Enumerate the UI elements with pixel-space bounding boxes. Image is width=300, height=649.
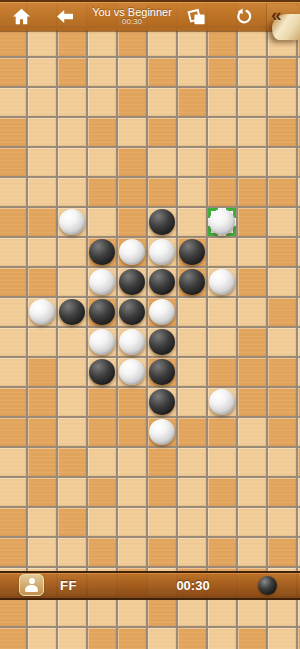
board-cell[interactable] — [58, 118, 86, 146]
board-cell[interactable] — [148, 628, 176, 649]
board-cell[interactable] — [208, 508, 236, 536]
board-cell[interactable] — [58, 448, 86, 476]
board-cell[interactable] — [88, 388, 116, 416]
board-cell[interactable] — [118, 58, 146, 86]
board-cell[interactable] — [0, 388, 26, 416]
board-cell[interactable] — [268, 58, 296, 86]
board-cell[interactable] — [298, 628, 300, 649]
move-timer: 00:30 — [158, 573, 228, 598]
board-cell[interactable] — [58, 178, 86, 206]
board-cell[interactable] — [118, 268, 146, 296]
board-cell[interactable] — [28, 538, 56, 566]
board-cell[interactable] — [0, 208, 26, 236]
board-cell[interactable] — [118, 538, 146, 566]
board-cell[interactable] — [238, 28, 266, 56]
white-stone — [149, 419, 175, 445]
board-cell[interactable] — [208, 298, 236, 326]
board-cell[interactable] — [148, 58, 176, 86]
black-stone — [59, 299, 85, 325]
board-cell[interactable] — [268, 478, 296, 506]
black-stone — [119, 299, 145, 325]
board-cell[interactable] — [118, 628, 146, 649]
board-cell[interactable] — [0, 478, 26, 506]
board-cell[interactable] — [0, 88, 26, 116]
back-button[interactable] — [49, 2, 81, 31]
board-cell[interactable] — [118, 118, 146, 146]
board-cell[interactable] — [88, 328, 116, 356]
board-cell[interactable] — [148, 28, 176, 56]
board-cell[interactable] — [28, 508, 56, 536]
board-cell[interactable] — [148, 148, 176, 176]
board-cell[interactable] — [88, 178, 116, 206]
board-cell[interactable] — [0, 358, 26, 386]
board-cell[interactable] — [208, 538, 236, 566]
board-cell[interactable] — [118, 238, 146, 266]
board-cell[interactable] — [298, 418, 300, 446]
board-cell[interactable] — [58, 508, 86, 536]
board-cell[interactable] — [208, 268, 236, 296]
board-cell[interactable] — [238, 448, 266, 476]
board-cell[interactable] — [118, 358, 146, 386]
board-cell[interactable] — [28, 388, 56, 416]
white-stone — [119, 239, 145, 265]
board-cell[interactable] — [148, 358, 176, 386]
board-cell[interactable] — [88, 148, 116, 176]
restart-icon — [235, 8, 252, 25]
top-toolbar: You vs Beginner 00:30 « — [0, 0, 300, 31]
collapse-chevron-icon: « — [271, 4, 282, 26]
board-cell[interactable] — [178, 538, 206, 566]
board-cell[interactable] — [298, 148, 300, 176]
board-cell[interactable] — [118, 148, 146, 176]
board-cell[interactable] — [28, 478, 56, 506]
board-cell[interactable] — [28, 628, 56, 649]
board-cell[interactable] — [58, 148, 86, 176]
board-cell[interactable] — [178, 478, 206, 506]
board-cell[interactable] — [238, 598, 266, 626]
board-cell[interactable] — [298, 58, 300, 86]
collapse-toolbar-button[interactable]: « — [266, 2, 300, 31]
board-cell[interactable] — [148, 178, 176, 206]
board-cell[interactable] — [148, 418, 176, 446]
board-cell[interactable] — [298, 448, 300, 476]
board-cell[interactable] — [88, 418, 116, 446]
board-cell[interactable] — [58, 208, 86, 236]
board-cell[interactable] — [268, 88, 296, 116]
board-cell[interactable] — [208, 118, 236, 146]
board-cell[interactable] — [118, 208, 146, 236]
board-cell[interactable] — [58, 628, 86, 649]
board-cell[interactable] — [88, 58, 116, 86]
board-cell[interactable] — [0, 328, 26, 356]
board-cell[interactable] — [28, 58, 56, 86]
board-cell[interactable] — [28, 238, 56, 266]
board-cell[interactable] — [148, 118, 176, 146]
player-avatar-icon — [25, 578, 38, 592]
board-cell[interactable] — [268, 388, 296, 416]
board-cell[interactable] — [0, 298, 26, 326]
board-cell[interactable] — [268, 508, 296, 536]
board-cell[interactable] — [298, 328, 300, 356]
white-stone — [29, 299, 55, 325]
board-cell[interactable] — [178, 208, 206, 236]
board-cell[interactable] — [58, 388, 86, 416]
board-cell[interactable] — [58, 268, 86, 296]
board-cell[interactable] — [58, 88, 86, 116]
board-cell[interactable] — [238, 178, 266, 206]
board-cell[interactable] — [238, 88, 266, 116]
match-total-timer: 00:30 — [122, 18, 142, 27]
board-cell[interactable] — [118, 418, 146, 446]
board-cell[interactable] — [88, 628, 116, 649]
board-cell[interactable] — [0, 28, 26, 56]
board-cell[interactable] — [0, 418, 26, 446]
board-cell[interactable] — [208, 628, 236, 649]
board-cell[interactable] — [178, 358, 206, 386]
board-cell[interactable] — [208, 418, 236, 446]
black-stone — [119, 269, 145, 295]
board-cell[interactable] — [0, 628, 26, 649]
board-cell[interactable] — [238, 298, 266, 326]
board-cell[interactable] — [268, 328, 296, 356]
board-cell[interactable] — [268, 298, 296, 326]
board-cell[interactable] — [208, 58, 236, 86]
match-title-block: You vs Beginner 00:30 — [87, 2, 177, 31]
white-stone — [149, 299, 175, 325]
board-cell[interactable] — [238, 328, 266, 356]
board-cell[interactable] — [208, 178, 236, 206]
board-cell[interactable] — [28, 148, 56, 176]
board-cell[interactable] — [58, 418, 86, 446]
board-cell[interactable] — [268, 448, 296, 476]
board-cell[interactable] — [298, 298, 300, 326]
board-cell[interactable] — [28, 298, 56, 326]
board-cell[interactable] — [148, 598, 176, 626]
board-cell[interactable] — [28, 448, 56, 476]
board-cell[interactable] — [178, 58, 206, 86]
board-cell[interactable] — [28, 358, 56, 386]
board-cell[interactable] — [58, 58, 86, 86]
black-stone — [149, 359, 175, 385]
board-cell[interactable] — [238, 208, 266, 236]
board-cell[interactable] — [88, 478, 116, 506]
white-stone — [119, 359, 145, 385]
board-cell[interactable] — [238, 148, 266, 176]
board-cell[interactable] — [58, 478, 86, 506]
board-cell[interactable] — [298, 538, 300, 566]
board-cell[interactable] — [58, 598, 86, 626]
board-cell[interactable] — [298, 88, 300, 116]
board-cell[interactable] — [298, 598, 300, 626]
board-cell[interactable] — [118, 298, 146, 326]
board-cell[interactable] — [148, 388, 176, 416]
board-cell[interactable] — [88, 448, 116, 476]
board-cell[interactable] — [118, 448, 146, 476]
board-cell[interactable] — [148, 268, 176, 296]
board-cell[interactable] — [298, 118, 300, 146]
board-cell[interactable] — [118, 88, 146, 116]
board-cell[interactable] — [88, 88, 116, 116]
board-cell[interactable] — [0, 538, 26, 566]
board-cell[interactable] — [148, 508, 176, 536]
board-cell[interactable] — [268, 598, 296, 626]
board-cell[interactable] — [58, 328, 86, 356]
share-icon — [187, 8, 206, 26]
board-cell[interactable] — [88, 28, 116, 56]
board-cell[interactable] — [238, 388, 266, 416]
board-cell[interactable] — [178, 388, 206, 416]
board-cell[interactable] — [208, 238, 236, 266]
board-cell[interactable] — [298, 178, 300, 206]
board-cell[interactable] — [118, 478, 146, 506]
board-cell[interactable] — [178, 268, 206, 296]
board-cell[interactable] — [0, 58, 26, 86]
board-cell[interactable] — [208, 148, 236, 176]
board-cell[interactable] — [58, 298, 86, 326]
board-cell[interactable] — [0, 508, 26, 536]
board-cell[interactable] — [178, 448, 206, 476]
board-cell[interactable] — [58, 28, 86, 56]
board-cell[interactable] — [148, 328, 176, 356]
turn-indicator-black-stone — [258, 576, 277, 595]
white-stone — [209, 209, 235, 235]
board-cell[interactable] — [0, 178, 26, 206]
white-stone — [149, 239, 175, 265]
board-cell[interactable] — [178, 178, 206, 206]
board-cell[interactable] — [58, 538, 86, 566]
board-cell[interactable] — [88, 118, 116, 146]
board-cell[interactable] — [178, 508, 206, 536]
board-cell[interactable] — [208, 388, 236, 416]
board-cell[interactable] — [208, 598, 236, 626]
board-cell[interactable] — [268, 538, 296, 566]
home-icon — [12, 8, 31, 25]
board-cell[interactable] — [118, 328, 146, 356]
board-cell[interactable] — [208, 208, 236, 236]
board-cell[interactable] — [238, 358, 266, 386]
board-cell[interactable] — [0, 118, 26, 146]
share-button[interactable] — [181, 2, 211, 31]
board-cell[interactable] — [28, 598, 56, 626]
board-cell[interactable] — [178, 298, 206, 326]
board-cell[interactable] — [238, 478, 266, 506]
black-stone — [89, 239, 115, 265]
board-cell[interactable] — [178, 28, 206, 56]
board-cell[interactable] — [238, 508, 266, 536]
gomoku-board[interactable] — [0, 0, 300, 649]
board-cell[interactable] — [238, 418, 266, 446]
board-cell[interactable] — [208, 478, 236, 506]
board-cell[interactable] — [178, 148, 206, 176]
white-stone — [119, 329, 145, 355]
board-cell[interactable] — [238, 58, 266, 86]
restart-button[interactable] — [229, 2, 257, 31]
board-cell[interactable] — [208, 448, 236, 476]
white-stone — [209, 389, 235, 415]
board-cell[interactable] — [88, 208, 116, 236]
board-cell[interactable] — [298, 508, 300, 536]
board-cell[interactable] — [0, 598, 26, 626]
board-cell[interactable] — [58, 358, 86, 386]
board-cell[interactable] — [238, 238, 266, 266]
board-cell[interactable] — [148, 448, 176, 476]
board-cell[interactable] — [148, 238, 176, 266]
board-cell[interactable] — [88, 298, 116, 326]
black-stone — [89, 359, 115, 385]
board-cell[interactable] — [88, 238, 116, 266]
board-cell[interactable] — [148, 478, 176, 506]
board-cell[interactable] — [28, 118, 56, 146]
board-cell[interactable] — [178, 628, 206, 649]
board-cell[interactable] — [238, 118, 266, 146]
board-cell[interactable] — [208, 328, 236, 356]
board-cell[interactable] — [208, 358, 236, 386]
board-cell[interactable] — [268, 178, 296, 206]
board-cell[interactable] — [178, 118, 206, 146]
board-cell[interactable] — [88, 268, 116, 296]
board-cell[interactable] — [178, 598, 206, 626]
board-cell[interactable] — [118, 508, 146, 536]
board-cell[interactable] — [28, 28, 56, 56]
black-stone — [179, 239, 205, 265]
board-cell[interactable] — [148, 538, 176, 566]
board-cell[interactable] — [268, 208, 296, 236]
board-cell[interactable] — [178, 328, 206, 356]
black-stone — [149, 209, 175, 235]
black-stone — [89, 299, 115, 325]
board-cell[interactable] — [148, 208, 176, 236]
board-cell[interactable] — [298, 358, 300, 386]
board-cell[interactable] — [118, 28, 146, 56]
black-stone — [179, 269, 205, 295]
black-stone — [149, 389, 175, 415]
board-cell[interactable] — [268, 148, 296, 176]
board-cell[interactable] — [118, 598, 146, 626]
board-cell[interactable] — [298, 208, 300, 236]
player-bar: FF 00:30 — [0, 571, 300, 600]
board-cell[interactable] — [28, 208, 56, 236]
board-cell[interactable] — [0, 238, 26, 266]
board-cell[interactable] — [298, 478, 300, 506]
board-cell[interactable] — [178, 418, 206, 446]
back-arrow-icon — [57, 10, 73, 23]
board-cell[interactable] — [268, 268, 296, 296]
board-cell[interactable] — [0, 148, 26, 176]
player-avatar-button[interactable] — [19, 574, 44, 596]
board-cell[interactable] — [28, 418, 56, 446]
board-cell[interactable] — [148, 88, 176, 116]
board-cell[interactable] — [268, 418, 296, 446]
forfeit-button[interactable]: FF — [60, 573, 77, 598]
black-stone — [149, 329, 175, 355]
board-cell[interactable] — [88, 508, 116, 536]
white-stone — [209, 269, 235, 295]
board-cell[interactable] — [298, 238, 300, 266]
board-cell[interactable] — [238, 538, 266, 566]
board-cell[interactable] — [178, 88, 206, 116]
home-button[interactable] — [5, 2, 37, 31]
board-cell[interactable] — [28, 268, 56, 296]
white-stone — [59, 209, 85, 235]
board-cell[interactable] — [148, 298, 176, 326]
board-cell[interactable] — [28, 178, 56, 206]
board-cell[interactable] — [118, 178, 146, 206]
board-cell[interactable] — [118, 388, 146, 416]
board-cell[interactable] — [298, 388, 300, 416]
board-cell[interactable] — [88, 598, 116, 626]
board-cell[interactable] — [88, 358, 116, 386]
board-cell[interactable] — [208, 88, 236, 116]
board-cell[interactable] — [0, 268, 26, 296]
board-cell[interactable] — [0, 448, 26, 476]
board-cell[interactable] — [238, 628, 266, 649]
white-stone — [89, 329, 115, 355]
board-cell[interactable] — [268, 238, 296, 266]
board-cell[interactable] — [58, 238, 86, 266]
white-stone — [89, 269, 115, 295]
board-cell[interactable] — [268, 358, 296, 386]
board-cell[interactable] — [28, 88, 56, 116]
board-cell[interactable] — [28, 328, 56, 356]
board-cell[interactable] — [178, 238, 206, 266]
board-cell[interactable] — [88, 538, 116, 566]
black-stone — [149, 269, 175, 295]
board-cell[interactable] — [268, 118, 296, 146]
board-cell[interactable] — [238, 268, 266, 296]
board-cell[interactable] — [208, 28, 236, 56]
board-cell[interactable] — [268, 628, 296, 649]
board-cell[interactable] — [298, 268, 300, 296]
